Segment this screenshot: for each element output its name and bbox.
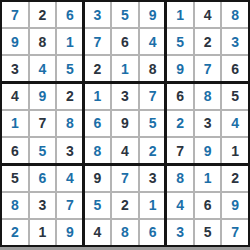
cell-r7c2[interactable]: 6: [30, 165, 56, 190]
cell-r3c5[interactable]: 1: [112, 56, 138, 81]
cell-r1c1[interactable]: 7: [2, 2, 28, 27]
cell-r6c3[interactable]: 3: [57, 138, 83, 163]
cell-r3c8[interactable]: 7: [195, 56, 221, 81]
cell-r1c8[interactable]: 4: [195, 2, 221, 27]
cell-r4c9[interactable]: 5: [222, 84, 248, 109]
cell-r8c8[interactable]: 6: [195, 193, 221, 218]
cell-r3c7[interactable]: 9: [167, 56, 193, 81]
cell-r2c1[interactable]: 9: [2, 29, 28, 54]
cell-r9c1[interactable]: 2: [2, 220, 28, 245]
sudoku-board: 7263591489817645233452189764921376851786…: [0, 0, 250, 247]
cell-r7c8[interactable]: 1: [195, 165, 221, 190]
cell-r6c5[interactable]: 4: [112, 138, 138, 163]
cell-r4c7[interactable]: 6: [167, 84, 193, 109]
cell-r3c1[interactable]: 3: [2, 56, 28, 81]
cell-r3c6[interactable]: 8: [140, 56, 166, 81]
cell-r4c2[interactable]: 9: [30, 84, 56, 109]
cell-r6c1[interactable]: 6: [2, 138, 28, 163]
cell-r7c1[interactable]: 5: [2, 165, 28, 190]
cell-r2c2[interactable]: 8: [30, 29, 56, 54]
cell-r4c8[interactable]: 8: [195, 84, 221, 109]
cell-r3c2[interactable]: 4: [30, 56, 56, 81]
cell-r7c5[interactable]: 7: [112, 165, 138, 190]
cell-r3c3[interactable]: 5: [57, 56, 83, 81]
cell-r5c8[interactable]: 3: [195, 111, 221, 136]
cell-r1c7[interactable]: 1: [167, 2, 193, 27]
cell-r2c6[interactable]: 4: [140, 29, 166, 54]
cell-r6c9[interactable]: 1: [222, 138, 248, 163]
cell-r9c3[interactable]: 9: [57, 220, 83, 245]
cell-r7c6[interactable]: 3: [140, 165, 166, 190]
cell-r3c4[interactable]: 2: [85, 56, 111, 81]
cell-r9c6[interactable]: 6: [140, 220, 166, 245]
cell-r8c3[interactable]: 7: [57, 193, 83, 218]
cell-r6c6[interactable]: 2: [140, 138, 166, 163]
cell-r2c4[interactable]: 7: [85, 29, 111, 54]
cell-r5c7[interactable]: 2: [167, 111, 193, 136]
cell-r5c9[interactable]: 4: [222, 111, 248, 136]
cell-r8c5[interactable]: 2: [112, 193, 138, 218]
cell-r8c7[interactable]: 4: [167, 193, 193, 218]
cell-r6c8[interactable]: 9: [195, 138, 221, 163]
cell-r8c6[interactable]: 1: [140, 193, 166, 218]
cell-r2c5[interactable]: 6: [112, 29, 138, 54]
cell-r9c8[interactable]: 5: [195, 220, 221, 245]
cell-r1c2[interactable]: 2: [30, 2, 56, 27]
cell-r5c1[interactable]: 1: [2, 111, 28, 136]
cell-r6c4[interactable]: 8: [85, 138, 111, 163]
cell-r9c7[interactable]: 3: [167, 220, 193, 245]
cell-r1c6[interactable]: 9: [140, 2, 166, 27]
cell-r5c6[interactable]: 5: [140, 111, 166, 136]
cell-r1c9[interactable]: 8: [222, 2, 248, 27]
cell-r5c3[interactable]: 8: [57, 111, 83, 136]
cell-r7c3[interactable]: 4: [57, 165, 83, 190]
cell-r1c3[interactable]: 6: [57, 2, 83, 27]
cell-r9c9[interactable]: 7: [222, 220, 248, 245]
cell-r7c7[interactable]: 8: [167, 165, 193, 190]
cell-r6c7[interactable]: 7: [167, 138, 193, 163]
cell-r4c4[interactable]: 1: [85, 84, 111, 109]
sudoku-board-wrap: 7263591489817645233452189764921376851786…: [0, 0, 250, 250]
cell-r8c2[interactable]: 3: [30, 193, 56, 218]
cell-r8c4[interactable]: 5: [85, 193, 111, 218]
cell-r4c1[interactable]: 4: [2, 84, 28, 109]
cell-r1c4[interactable]: 3: [85, 2, 111, 27]
cell-r6c2[interactable]: 5: [30, 138, 56, 163]
cell-r5c5[interactable]: 9: [112, 111, 138, 136]
cell-r9c4[interactable]: 4: [85, 220, 111, 245]
cell-r5c2[interactable]: 7: [30, 111, 56, 136]
cell-r2c7[interactable]: 5: [167, 29, 193, 54]
cell-r7c4[interactable]: 9: [85, 165, 111, 190]
cell-r4c3[interactable]: 2: [57, 84, 83, 109]
cell-r8c1[interactable]: 8: [2, 193, 28, 218]
cell-r2c3[interactable]: 1: [57, 29, 83, 54]
cell-r9c2[interactable]: 1: [30, 220, 56, 245]
cell-r8c9[interactable]: 9: [222, 193, 248, 218]
cell-r4c5[interactable]: 3: [112, 84, 138, 109]
cell-r1c5[interactable]: 5: [112, 2, 138, 27]
cell-r2c9[interactable]: 3: [222, 29, 248, 54]
cell-r9c5[interactable]: 8: [112, 220, 138, 245]
cell-r4c6[interactable]: 7: [140, 84, 166, 109]
cell-r7c9[interactable]: 2: [222, 165, 248, 190]
cell-r5c4[interactable]: 6: [85, 111, 111, 136]
cell-r3c9[interactable]: 6: [222, 56, 248, 81]
cell-r2c8[interactable]: 2: [195, 29, 221, 54]
